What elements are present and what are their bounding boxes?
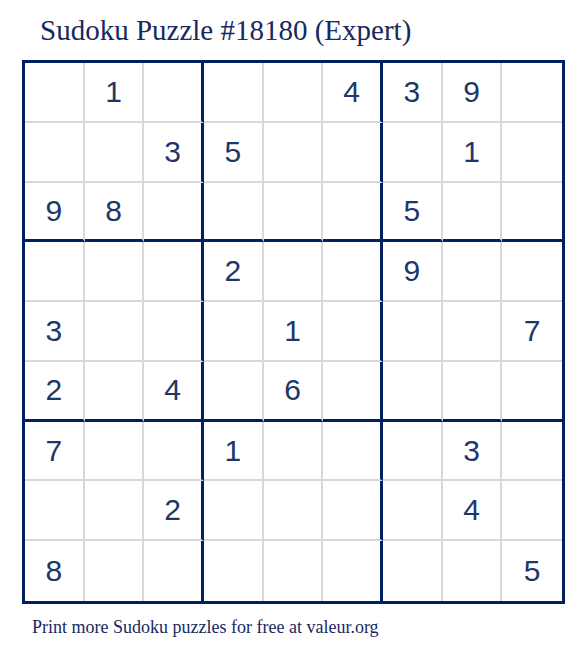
sudoku-cell-r2c5	[264, 123, 324, 183]
sudoku-page: Sudoku Puzzle #18180 (Expert) 1439351985…	[0, 0, 580, 651]
sudoku-cell-r1c3	[144, 63, 204, 123]
sudoku-cell-r5c9: 7	[502, 302, 562, 362]
sudoku-cell-r5c6	[323, 302, 383, 362]
sudoku-cell-r3c2: 8	[85, 183, 145, 243]
sudoku-cell-r1c6: 4	[323, 63, 383, 123]
sudoku-cell-r6c7	[383, 362, 443, 422]
sudoku-cell-r4c9	[502, 242, 562, 302]
sudoku-cell-r9c2	[85, 541, 145, 601]
sudoku-cell-r7c5	[264, 422, 324, 482]
sudoku-cell-r2c9	[502, 123, 562, 183]
sudoku-cell-r1c4	[204, 63, 264, 123]
sudoku-cell-r3c6	[323, 183, 383, 243]
sudoku-cell-r1c7: 3	[383, 63, 443, 123]
sudoku-cell-r6c8	[443, 362, 503, 422]
sudoku-cell-r2c6	[323, 123, 383, 183]
sudoku-cell-r6c9	[502, 362, 562, 422]
sudoku-cell-r9c9: 5	[502, 541, 562, 601]
sudoku-cell-r4c7: 9	[383, 242, 443, 302]
sudoku-cell-r4c3	[144, 242, 204, 302]
sudoku-cell-r7c4: 1	[204, 422, 264, 482]
sudoku-cell-r3c5	[264, 183, 324, 243]
sudoku-cell-r3c1: 9	[25, 183, 85, 243]
sudoku-cell-r8c7	[383, 481, 443, 541]
sudoku-cell-r2c4: 5	[204, 123, 264, 183]
sudoku-cell-r7c8: 3	[443, 422, 503, 482]
sudoku-cell-r1c8: 9	[443, 63, 503, 123]
sudoku-cell-r3c3	[144, 183, 204, 243]
sudoku-cell-r5c7	[383, 302, 443, 362]
sudoku-cell-r1c2: 1	[85, 63, 145, 123]
sudoku-cell-r6c2	[85, 362, 145, 422]
sudoku-cell-r3c7: 5	[383, 183, 443, 243]
sudoku-cell-r2c8: 1	[443, 123, 503, 183]
sudoku-cell-r2c1	[25, 123, 85, 183]
sudoku-cell-r9c7	[383, 541, 443, 601]
sudoku-cell-r8c3: 2	[144, 481, 204, 541]
sudoku-cell-r4c4: 2	[204, 242, 264, 302]
sudoku-cell-r5c4	[204, 302, 264, 362]
sudoku-cell-r8c5	[264, 481, 324, 541]
sudoku-cell-r7c1: 7	[25, 422, 85, 482]
sudoku-cell-r8c4	[204, 481, 264, 541]
sudoku-cell-r9c5	[264, 541, 324, 601]
sudoku-cell-r5c3	[144, 302, 204, 362]
sudoku-cell-r7c9	[502, 422, 562, 482]
sudoku-cell-r4c8	[443, 242, 503, 302]
sudoku-cell-r8c8: 4	[443, 481, 503, 541]
sudoku-cell-r5c5: 1	[264, 302, 324, 362]
sudoku-grid: 1439351985293172467132485	[22, 60, 565, 604]
sudoku-cell-r3c8	[443, 183, 503, 243]
sudoku-cell-r9c8	[443, 541, 503, 601]
sudoku-cell-r5c8	[443, 302, 503, 362]
footer-text: Print more Sudoku puzzles for free at va…	[32, 615, 379, 639]
sudoku-cell-r7c6	[323, 422, 383, 482]
sudoku-cell-r8c1	[25, 481, 85, 541]
sudoku-cell-r4c6	[323, 242, 383, 302]
sudoku-cell-r8c2	[85, 481, 145, 541]
sudoku-cell-r9c3	[144, 541, 204, 601]
sudoku-cell-r9c6	[323, 541, 383, 601]
sudoku-cell-r1c9	[502, 63, 562, 123]
sudoku-cell-r6c4	[204, 362, 264, 422]
sudoku-cell-r6c5: 6	[264, 362, 324, 422]
sudoku-cell-r9c1: 8	[25, 541, 85, 601]
sudoku-cell-r7c2	[85, 422, 145, 482]
sudoku-cell-r4c2	[85, 242, 145, 302]
sudoku-cell-r6c3: 4	[144, 362, 204, 422]
sudoku-cell-r9c4	[204, 541, 264, 601]
sudoku-cell-r3c4	[204, 183, 264, 243]
sudoku-cell-r6c6	[323, 362, 383, 422]
sudoku-cell-r4c1	[25, 242, 85, 302]
sudoku-cell-r2c3: 3	[144, 123, 204, 183]
sudoku-cell-r7c3	[144, 422, 204, 482]
sudoku-cell-r2c2	[85, 123, 145, 183]
sudoku-cell-r5c1: 3	[25, 302, 85, 362]
page-title: Sudoku Puzzle #18180 (Expert)	[40, 12, 411, 48]
sudoku-cell-r5c2	[85, 302, 145, 362]
sudoku-cell-r1c5	[264, 63, 324, 123]
sudoku-cell-r8c6	[323, 481, 383, 541]
sudoku-cell-r6c1: 2	[25, 362, 85, 422]
sudoku-cell-r4c5	[264, 242, 324, 302]
sudoku-cell-r7c7	[383, 422, 443, 482]
sudoku-cell-r3c9	[502, 183, 562, 243]
sudoku-cell-r1c1	[25, 63, 85, 123]
sudoku-cell-r2c7	[383, 123, 443, 183]
sudoku-cell-r8c9	[502, 481, 562, 541]
